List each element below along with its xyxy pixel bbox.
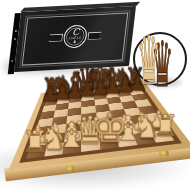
piece-light-king: ♚ bbox=[82, 109, 135, 147]
ribbon-right-icon bbox=[87, 31, 102, 40]
brass-hinge-icon bbox=[66, 166, 74, 172]
board-square: ♜ bbox=[150, 129, 174, 142]
packaging-box: C CHESS ♟ bbox=[14, 6, 136, 72]
board-grid: ♜♞♝♛♚♝♞♜♟♟♟♟♟♟♟♟♟♟♟♟♟♟♟♟♜♞♝♛♚♝♞♜ bbox=[25, 84, 173, 158]
ribbon-left-icon bbox=[48, 33, 63, 42]
board-square: ♜ bbox=[25, 144, 46, 158]
piece-light-rook: ♜ bbox=[8, 128, 61, 156]
board-square: ♟ bbox=[128, 88, 143, 94]
piece-light-rook: ♜ bbox=[138, 112, 190, 140]
board-walnut-border: ♜♞♝♛♚♝♞♜♟♟♟♟♟♟♟♟♟♟♟♟♟♟♟♟♜♞♝♛♚♝♞♜ bbox=[19, 82, 182, 162]
pawn-icon: ♟ bbox=[73, 40, 77, 44]
product-photo: ♜♞♝♛♚♝♞♜♟♟♟♟♟♟♟♟♟♟♟♟♟♟♟♟♜♞♝♛♚♝♞♜ C CHESS… bbox=[0, 0, 190, 190]
board-square: ♚ bbox=[98, 136, 118, 149]
brand-emblem-circle: C CHESS ♟ bbox=[62, 24, 88, 48]
